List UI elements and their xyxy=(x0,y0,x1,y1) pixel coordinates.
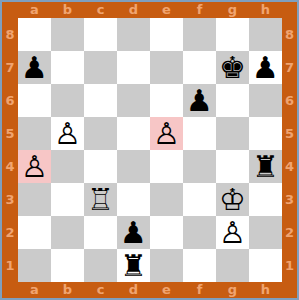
rank-label-8: 8 xyxy=(2,18,18,51)
board-frame: abcdefgh 87654321 ♟♚♟♟♙♙♙♜♖♔♟♙♜ 87654321… xyxy=(0,0,299,300)
rank-label-4: 4 xyxy=(2,150,18,183)
square-c5[interactable] xyxy=(84,117,117,150)
file-label-c: c xyxy=(84,2,117,18)
square-h4[interactable]: ♜ xyxy=(249,150,282,183)
square-f4[interactable] xyxy=(183,150,216,183)
file-label-e: e xyxy=(150,2,183,18)
square-d7[interactable] xyxy=(117,51,150,84)
square-g3[interactable]: ♔ xyxy=(216,183,249,216)
file-label-d: d xyxy=(117,2,150,18)
rank-labels-right: 87654321 xyxy=(282,18,297,282)
file-label-f: f xyxy=(183,282,216,298)
square-h1[interactable] xyxy=(249,249,282,282)
square-b8[interactable] xyxy=(51,18,84,51)
square-a1[interactable] xyxy=(18,249,51,282)
black-pawn[interactable]: ♟ xyxy=(252,51,279,84)
rank-label-2: 2 xyxy=(282,216,297,249)
square-b2[interactable] xyxy=(51,216,84,249)
square-f8[interactable] xyxy=(183,18,216,51)
square-e2[interactable] xyxy=(150,216,183,249)
square-f1[interactable] xyxy=(183,249,216,282)
rank-label-2: 2 xyxy=(2,216,18,249)
square-e8[interactable] xyxy=(150,18,183,51)
chess-board: ♟♚♟♟♙♙♙♜♖♔♟♙♜ xyxy=(18,18,282,282)
square-f5[interactable] xyxy=(183,117,216,150)
square-c7[interactable] xyxy=(84,51,117,84)
square-h5[interactable] xyxy=(249,117,282,150)
file-labels-bottom: abcdefgh xyxy=(18,282,282,298)
square-h8[interactable] xyxy=(249,18,282,51)
square-d6[interactable] xyxy=(117,84,150,117)
black-pawn[interactable]: ♟ xyxy=(120,216,147,249)
square-f3[interactable] xyxy=(183,183,216,216)
white-rook[interactable]: ♖ xyxy=(87,183,114,216)
square-f7[interactable] xyxy=(183,51,216,84)
rank-label-1: 1 xyxy=(2,249,18,282)
square-a2[interactable] xyxy=(18,216,51,249)
square-g1[interactable] xyxy=(216,249,249,282)
square-a3[interactable] xyxy=(18,183,51,216)
corner-bottom-left xyxy=(2,282,18,298)
square-e4[interactable] xyxy=(150,150,183,183)
black-king[interactable]: ♚ xyxy=(219,51,246,84)
black-rook[interactable]: ♜ xyxy=(120,249,147,282)
file-label-g: g xyxy=(216,2,249,18)
file-label-h: h xyxy=(249,282,282,298)
square-e7[interactable] xyxy=(150,51,183,84)
rank-label-5: 5 xyxy=(2,117,18,150)
square-a5[interactable] xyxy=(18,117,51,150)
file-label-h: h xyxy=(249,2,282,18)
square-b6[interactable] xyxy=(51,84,84,117)
square-e3[interactable] xyxy=(150,183,183,216)
square-b4[interactable] xyxy=(51,150,84,183)
square-d4[interactable] xyxy=(117,150,150,183)
square-c2[interactable] xyxy=(84,216,117,249)
rank-label-3: 3 xyxy=(282,183,297,216)
corner-top-left xyxy=(2,2,18,18)
square-e6[interactable] xyxy=(150,84,183,117)
square-g4[interactable] xyxy=(216,150,249,183)
rank-label-8: 8 xyxy=(282,18,297,51)
square-c1[interactable] xyxy=(84,249,117,282)
file-labels-top: abcdefgh xyxy=(18,2,282,18)
board-border: abcdefgh 87654321 ♟♚♟♟♙♙♙♜♖♔♟♙♜ 87654321… xyxy=(2,2,297,298)
file-label-d: d xyxy=(117,282,150,298)
square-h3[interactable] xyxy=(249,183,282,216)
square-d2[interactable]: ♟ xyxy=(117,216,150,249)
black-pawn[interactable]: ♟ xyxy=(21,51,48,84)
file-label-c: c xyxy=(84,282,117,298)
rank-label-7: 7 xyxy=(282,51,297,84)
square-b7[interactable] xyxy=(51,51,84,84)
file-label-a: a xyxy=(18,2,51,18)
rank-label-5: 5 xyxy=(282,117,297,150)
corner-bottom-right xyxy=(282,282,297,298)
rank-label-1: 1 xyxy=(282,249,297,282)
square-b5[interactable]: ♙ xyxy=(51,117,84,150)
rank-label-4: 4 xyxy=(282,150,297,183)
rank-label-6: 6 xyxy=(2,84,18,117)
square-d1[interactable]: ♜ xyxy=(117,249,150,282)
square-c6[interactable] xyxy=(84,84,117,117)
file-label-f: f xyxy=(183,2,216,18)
square-e1[interactable] xyxy=(150,249,183,282)
square-h7[interactable]: ♟ xyxy=(249,51,282,84)
file-label-a: a xyxy=(18,282,51,298)
rank-label-3: 3 xyxy=(2,183,18,216)
square-g7[interactable]: ♚ xyxy=(216,51,249,84)
corner-top-right xyxy=(282,2,297,18)
square-h2[interactable] xyxy=(249,216,282,249)
white-king[interactable]: ♔ xyxy=(219,183,246,216)
file-label-b: b xyxy=(51,282,84,298)
square-a4[interactable]: ♙ xyxy=(18,150,51,183)
square-g5[interactable] xyxy=(216,117,249,150)
square-a7[interactable]: ♟ xyxy=(18,51,51,84)
square-a8[interactable] xyxy=(18,18,51,51)
black-rook[interactable]: ♜ xyxy=(252,150,279,183)
square-g2[interactable]: ♙ xyxy=(216,216,249,249)
white-pawn[interactable]: ♙ xyxy=(21,150,48,183)
rank-label-6: 6 xyxy=(282,84,297,117)
square-d5[interactable] xyxy=(117,117,150,150)
square-d3[interactable] xyxy=(117,183,150,216)
white-pawn[interactable]: ♙ xyxy=(219,216,246,249)
white-pawn[interactable]: ♙ xyxy=(153,117,180,150)
square-b1[interactable] xyxy=(51,249,84,282)
square-h6[interactable] xyxy=(249,84,282,117)
square-f6[interactable]: ♟ xyxy=(183,84,216,117)
black-pawn[interactable]: ♟ xyxy=(186,84,213,117)
square-e5[interactable]: ♙ xyxy=(150,117,183,150)
square-c8[interactable] xyxy=(84,18,117,51)
file-label-b: b xyxy=(51,2,84,18)
square-a6[interactable] xyxy=(18,84,51,117)
square-c3[interactable]: ♖ xyxy=(84,183,117,216)
square-g8[interactable] xyxy=(216,18,249,51)
rank-label-7: 7 xyxy=(2,51,18,84)
file-label-e: e xyxy=(150,282,183,298)
square-b3[interactable] xyxy=(51,183,84,216)
square-c4[interactable] xyxy=(84,150,117,183)
white-pawn[interactable]: ♙ xyxy=(54,117,81,150)
square-f2[interactable] xyxy=(183,216,216,249)
file-label-g: g xyxy=(216,282,249,298)
square-g6[interactable] xyxy=(216,84,249,117)
square-d8[interactable] xyxy=(117,18,150,51)
rank-labels-left: 87654321 xyxy=(2,18,18,282)
